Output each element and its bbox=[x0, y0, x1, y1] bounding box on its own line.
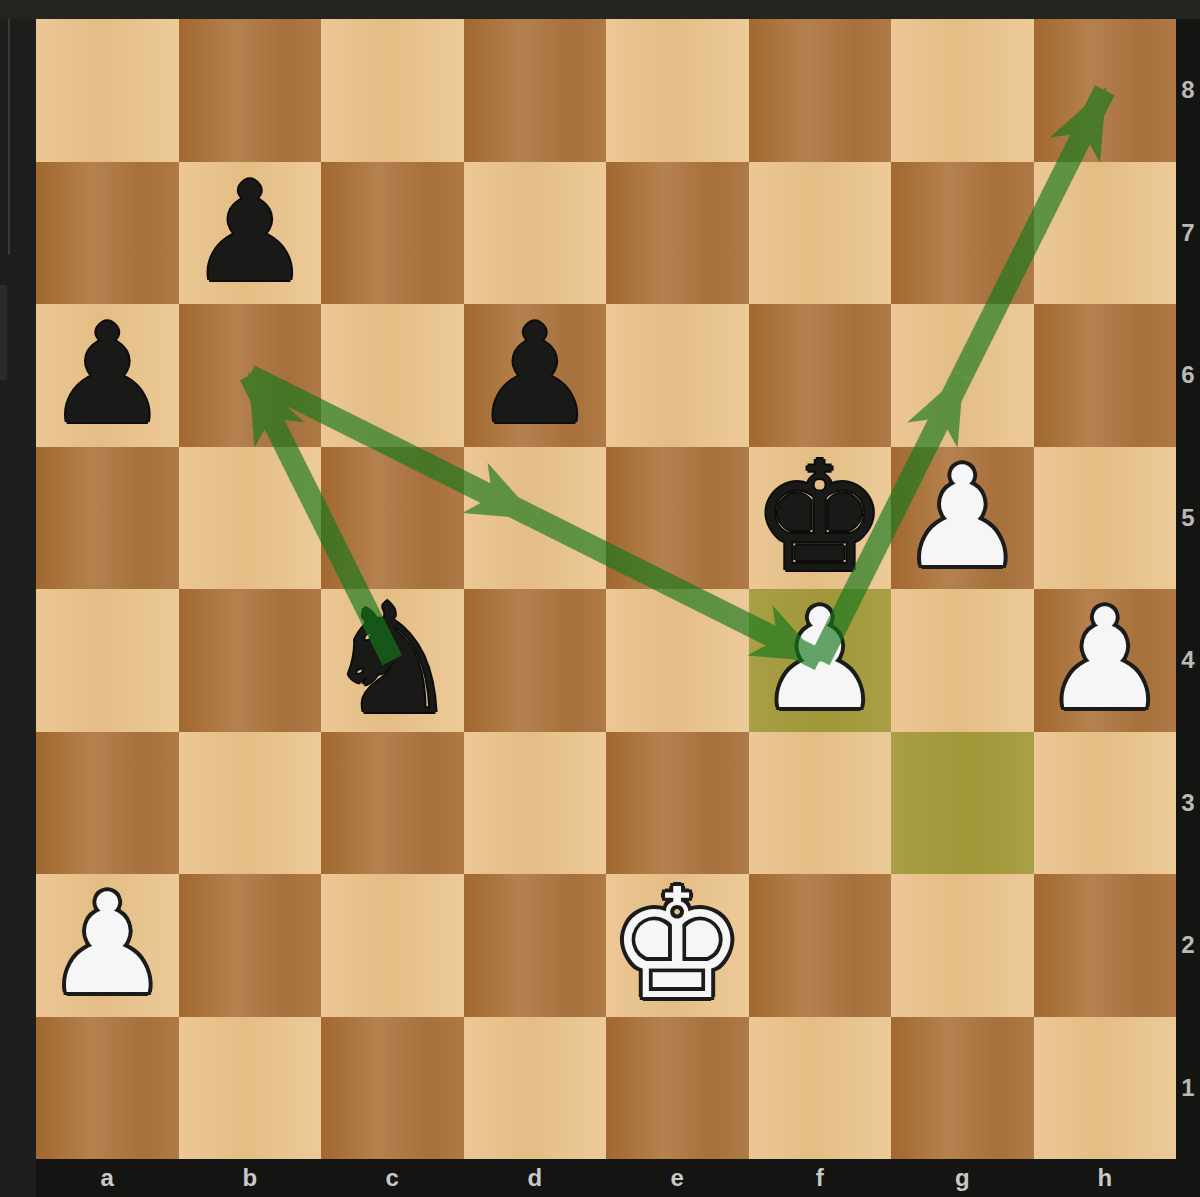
left-edge-notch bbox=[0, 285, 7, 380]
file-label-a: a bbox=[36, 1159, 179, 1197]
arrow-f4-g6 bbox=[820, 375, 963, 660]
top-margin bbox=[0, 0, 1200, 19]
file-label-b: b bbox=[179, 1159, 322, 1197]
left-edge-panel bbox=[0, 0, 36, 1197]
file-label-h: h bbox=[1034, 1159, 1177, 1197]
rank-label-1: 1 bbox=[1176, 1017, 1200, 1160]
analysis-arrows bbox=[36, 19, 1176, 1159]
rank-label-6: 6 bbox=[1176, 304, 1200, 447]
rank-label-2: 2 bbox=[1176, 874, 1200, 1017]
arrow-d5-f4 bbox=[535, 518, 820, 661]
left-edge-scroll-line bbox=[8, 12, 10, 255]
rank-label-7: 7 bbox=[1176, 162, 1200, 305]
chess-board: ♟♟♟♚♟♞♟♟♟♚ bbox=[36, 19, 1176, 1159]
file-label-f: f bbox=[749, 1159, 892, 1197]
rank-label-5: 5 bbox=[1176, 447, 1200, 590]
page: ♟♟♟♚♟♞♟♟♟♚ abcdefgh 12345678 bbox=[0, 0, 1200, 1197]
rank-label-3: 3 bbox=[1176, 732, 1200, 875]
file-label-e: e bbox=[606, 1159, 749, 1197]
file-label-g: g bbox=[891, 1159, 1034, 1197]
arrow-g6-h8 bbox=[962, 90, 1105, 375]
file-label-c: c bbox=[321, 1159, 464, 1197]
rank-label-8: 8 bbox=[1176, 19, 1200, 162]
rank-label-4: 4 bbox=[1176, 589, 1200, 732]
file-label-d: d bbox=[464, 1159, 607, 1197]
